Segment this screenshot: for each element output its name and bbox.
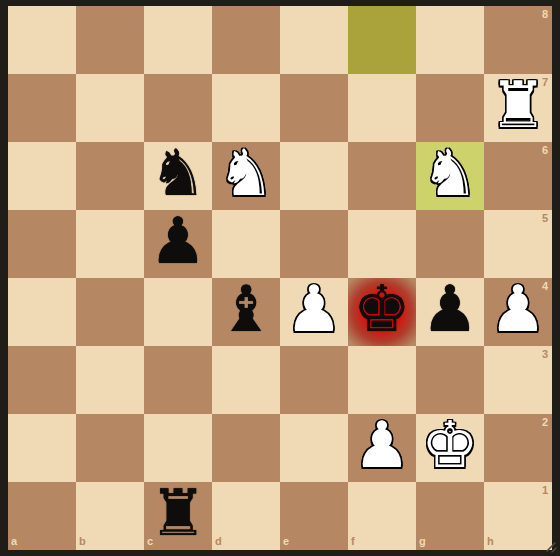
- white-king[interactable]: ♚: [416, 411, 484, 479]
- white-knight[interactable]: ♞: [212, 139, 280, 207]
- square-h6[interactable]: 6: [484, 142, 552, 210]
- square-h3[interactable]: 3: [484, 346, 552, 414]
- white-knight[interactable]: ♞: [416, 139, 484, 207]
- white-pawn[interactable]: ♟: [280, 275, 348, 343]
- square-c6[interactable]: ♞: [144, 142, 212, 210]
- square-f4[interactable]: ♚: [348, 278, 416, 346]
- coord-rank-2: 2: [542, 417, 548, 428]
- square-a4[interactable]: [8, 278, 76, 346]
- square-a1[interactable]: a: [8, 482, 76, 550]
- square-e3[interactable]: [280, 346, 348, 414]
- coord-file-e: e: [283, 536, 289, 547]
- square-b1[interactable]: b: [76, 482, 144, 550]
- coord-file-a: a: [11, 536, 17, 547]
- square-b7[interactable]: [76, 74, 144, 142]
- coord-file-b: b: [79, 536, 86, 547]
- square-f8[interactable]: [348, 6, 416, 74]
- square-g5[interactable]: [416, 210, 484, 278]
- square-c5[interactable]: ♟: [144, 210, 212, 278]
- white-pawn[interactable]: ♟: [484, 275, 552, 343]
- square-h7[interactable]: 7♜: [484, 74, 552, 142]
- resize-grip-icon[interactable]: [544, 540, 558, 554]
- square-a3[interactable]: [8, 346, 76, 414]
- square-e6[interactable]: [280, 142, 348, 210]
- square-g1[interactable]: g: [416, 482, 484, 550]
- square-e1[interactable]: e: [280, 482, 348, 550]
- square-e5[interactable]: [280, 210, 348, 278]
- coord-rank-5: 5: [542, 213, 548, 224]
- square-e7[interactable]: [280, 74, 348, 142]
- square-f1[interactable]: f: [348, 482, 416, 550]
- square-a8[interactable]: [8, 6, 76, 74]
- black-king[interactable]: ♚: [348, 275, 416, 343]
- white-rook[interactable]: ♜: [484, 71, 552, 139]
- coord-file-f: f: [351, 536, 355, 547]
- coord-file-d: d: [215, 536, 222, 547]
- square-c1[interactable]: c♜: [144, 482, 212, 550]
- square-g7[interactable]: [416, 74, 484, 142]
- square-h2[interactable]: 2: [484, 414, 552, 482]
- coord-rank-6: 6: [542, 145, 548, 156]
- square-f6[interactable]: [348, 142, 416, 210]
- square-c7[interactable]: [144, 74, 212, 142]
- square-d7[interactable]: [212, 74, 280, 142]
- square-g6[interactable]: ♞: [416, 142, 484, 210]
- square-h5[interactable]: 5: [484, 210, 552, 278]
- square-c2[interactable]: [144, 414, 212, 482]
- square-a7[interactable]: [8, 74, 76, 142]
- square-b3[interactable]: [76, 346, 144, 414]
- square-d2[interactable]: [212, 414, 280, 482]
- black-bishop[interactable]: ♝: [212, 275, 280, 343]
- coord-rank-1: 1: [542, 485, 548, 496]
- square-b8[interactable]: [76, 6, 144, 74]
- square-f2[interactable]: ♟: [348, 414, 416, 482]
- square-c3[interactable]: [144, 346, 212, 414]
- square-b2[interactable]: [76, 414, 144, 482]
- square-f7[interactable]: [348, 74, 416, 142]
- square-g8[interactable]: [416, 6, 484, 74]
- chess-board-page: 87♜♞♞♞6♟5♝♟♚♟4♟3♟♚2abc♜defgh1: [0, 0, 560, 556]
- square-b4[interactable]: [76, 278, 144, 346]
- white-pawn[interactable]: ♟: [348, 411, 416, 479]
- square-g2[interactable]: ♚: [416, 414, 484, 482]
- black-pawn[interactable]: ♟: [144, 207, 212, 275]
- square-e8[interactable]: [280, 6, 348, 74]
- square-a2[interactable]: [8, 414, 76, 482]
- square-h4[interactable]: 4♟: [484, 278, 552, 346]
- square-d1[interactable]: d: [212, 482, 280, 550]
- square-c4[interactable]: [144, 278, 212, 346]
- square-e4[interactable]: ♟: [280, 278, 348, 346]
- black-pawn[interactable]: ♟: [416, 275, 484, 343]
- black-rook[interactable]: ♜: [144, 479, 212, 547]
- square-a6[interactable]: [8, 142, 76, 210]
- coord-rank-3: 3: [542, 349, 548, 360]
- square-a5[interactable]: [8, 210, 76, 278]
- chess-board: 87♜♞♞♞6♟5♝♟♚♟4♟3♟♚2abc♜defgh1: [8, 6, 552, 550]
- square-b5[interactable]: [76, 210, 144, 278]
- coord-file-h: h: [487, 536, 494, 547]
- square-e2[interactable]: [280, 414, 348, 482]
- square-f3[interactable]: [348, 346, 416, 414]
- square-b6[interactable]: [76, 142, 144, 210]
- square-d8[interactable]: [212, 6, 280, 74]
- square-d4[interactable]: ♝: [212, 278, 280, 346]
- square-g3[interactable]: [416, 346, 484, 414]
- coord-rank-8: 8: [542, 9, 548, 20]
- black-knight[interactable]: ♞: [144, 139, 212, 207]
- square-d6[interactable]: ♞: [212, 142, 280, 210]
- coord-file-g: g: [419, 536, 426, 547]
- square-c8[interactable]: [144, 6, 212, 74]
- square-f5[interactable]: [348, 210, 416, 278]
- square-d5[interactable]: [212, 210, 280, 278]
- square-h8[interactable]: 8: [484, 6, 552, 74]
- square-g4[interactable]: ♟: [416, 278, 484, 346]
- square-h1[interactable]: h1: [484, 482, 552, 550]
- square-d3[interactable]: [212, 346, 280, 414]
